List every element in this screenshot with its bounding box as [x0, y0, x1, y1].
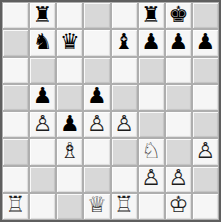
square-c6[interactable] — [56, 57, 83, 84]
piece-black-queen-c7[interactable]: ♛ — [60, 31, 80, 53]
square-a6[interactable] — [2, 57, 29, 84]
piece-white-rook-a1[interactable]: ♖ — [6, 194, 26, 216]
piece-black-pawn-b5[interactable]: ♟ — [33, 85, 53, 107]
square-c3[interactable]: ♗ — [56, 138, 83, 165]
square-b1[interactable] — [29, 193, 56, 220]
square-d4[interactable]: ♙ — [83, 111, 110, 138]
square-e3[interactable] — [111, 138, 138, 165]
square-g5[interactable] — [165, 84, 192, 111]
square-e1[interactable]: ♖ — [111, 193, 138, 220]
square-b6[interactable] — [29, 57, 56, 84]
chess-board-container: ♜♜♚♞♛♝♟♟♟♟♟♙♟♙♙♗♘♙♙♙♖♕♖♔ — [0, 0, 221, 222]
square-e4[interactable]: ♙ — [111, 111, 138, 138]
square-e8[interactable] — [111, 2, 138, 29]
square-a4[interactable] — [2, 111, 29, 138]
square-a3[interactable] — [2, 138, 29, 165]
piece-black-pawn-f7[interactable]: ♟ — [141, 31, 161, 53]
square-g7[interactable]: ♟ — [165, 29, 192, 56]
square-f7[interactable]: ♟ — [138, 29, 165, 56]
square-c2[interactable] — [56, 166, 83, 193]
square-c8[interactable] — [56, 2, 83, 29]
square-b3[interactable] — [29, 138, 56, 165]
piece-white-pawn-h3[interactable]: ♙ — [196, 140, 216, 162]
square-h7[interactable]: ♟ — [192, 29, 219, 56]
square-b4[interactable]: ♙ — [29, 111, 56, 138]
piece-black-pawn-d5[interactable]: ♟ — [87, 85, 107, 107]
square-h8[interactable] — [192, 2, 219, 29]
square-a8[interactable] — [2, 2, 29, 29]
square-b8[interactable]: ♜ — [29, 2, 56, 29]
piece-white-pawn-g2[interactable]: ♙ — [168, 167, 188, 189]
square-h5[interactable] — [192, 84, 219, 111]
piece-black-pawn-c4[interactable]: ♟ — [60, 113, 80, 135]
square-d1[interactable]: ♕ — [83, 193, 110, 220]
square-a7[interactable] — [2, 29, 29, 56]
square-d3[interactable] — [83, 138, 110, 165]
piece-black-king-g8[interactable]: ♚ — [168, 4, 188, 26]
piece-white-rook-e1[interactable]: ♖ — [114, 194, 134, 216]
square-f3[interactable]: ♘ — [138, 138, 165, 165]
square-f4[interactable] — [138, 111, 165, 138]
piece-black-pawn-g7[interactable]: ♟ — [168, 31, 188, 53]
piece-black-bishop-e7[interactable]: ♝ — [114, 31, 134, 53]
square-h6[interactable] — [192, 57, 219, 84]
square-c7[interactable]: ♛ — [56, 29, 83, 56]
square-h3[interactable]: ♙ — [192, 138, 219, 165]
piece-white-pawn-e4[interactable]: ♙ — [114, 113, 134, 135]
piece-black-rook-f8[interactable]: ♜ — [141, 4, 161, 26]
piece-black-rook-b8[interactable]: ♜ — [33, 4, 53, 26]
square-g1[interactable]: ♔ — [165, 193, 192, 220]
square-g4[interactable] — [165, 111, 192, 138]
square-g3[interactable] — [165, 138, 192, 165]
square-d8[interactable] — [83, 2, 110, 29]
square-e5[interactable] — [111, 84, 138, 111]
square-e7[interactable]: ♝ — [111, 29, 138, 56]
piece-white-queen-d1[interactable]: ♕ — [87, 194, 107, 216]
square-d7[interactable] — [83, 29, 110, 56]
chess-board: ♜♜♚♞♛♝♟♟♟♟♟♙♟♙♙♗♘♙♙♙♖♕♖♔ — [0, 0, 221, 222]
square-d6[interactable] — [83, 57, 110, 84]
piece-white-king-g1[interactable]: ♔ — [168, 194, 188, 216]
piece-white-bishop-c3[interactable]: ♗ — [60, 140, 80, 162]
square-h2[interactable] — [192, 166, 219, 193]
piece-white-pawn-f2[interactable]: ♙ — [141, 167, 161, 189]
square-f1[interactable] — [138, 193, 165, 220]
piece-black-pawn-h7[interactable]: ♟ — [196, 31, 216, 53]
square-a2[interactable] — [2, 166, 29, 193]
square-f5[interactable] — [138, 84, 165, 111]
square-a1[interactable]: ♖ — [2, 193, 29, 220]
square-b7[interactable]: ♞ — [29, 29, 56, 56]
square-g2[interactable]: ♙ — [165, 166, 192, 193]
square-f8[interactable]: ♜ — [138, 2, 165, 29]
piece-white-pawn-b4[interactable]: ♙ — [33, 113, 53, 135]
square-b2[interactable] — [29, 166, 56, 193]
square-h1[interactable] — [192, 193, 219, 220]
piece-white-pawn-d4[interactable]: ♙ — [87, 113, 107, 135]
square-c5[interactable] — [56, 84, 83, 111]
square-d5[interactable]: ♟ — [83, 84, 110, 111]
square-c4[interactable]: ♟ — [56, 111, 83, 138]
square-f2[interactable]: ♙ — [138, 166, 165, 193]
square-f6[interactable] — [138, 57, 165, 84]
square-g6[interactable] — [165, 57, 192, 84]
square-e2[interactable] — [111, 166, 138, 193]
piece-white-knight-f3[interactable]: ♘ — [141, 140, 161, 162]
square-b5[interactable]: ♟ — [29, 84, 56, 111]
square-g8[interactable]: ♚ — [165, 2, 192, 29]
square-e6[interactable] — [111, 57, 138, 84]
piece-black-knight-b7[interactable]: ♞ — [33, 31, 53, 53]
square-h4[interactable] — [192, 111, 219, 138]
square-c1[interactable] — [56, 193, 83, 220]
square-a5[interactable] — [2, 84, 29, 111]
square-d2[interactable] — [83, 166, 110, 193]
